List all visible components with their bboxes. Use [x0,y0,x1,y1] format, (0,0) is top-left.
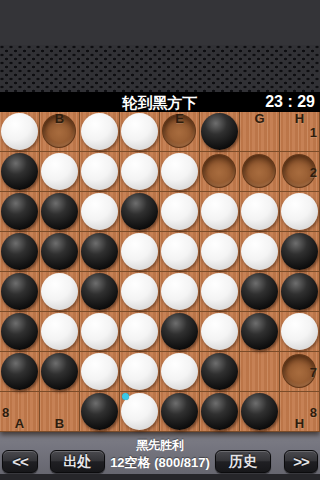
coordinate-label-right-H1: 1 [310,124,317,139]
coordinate-label-bottom-B8: B [55,416,64,431]
white-disc-B6 [41,313,78,350]
black-disc-D3 [121,193,158,230]
game-clock: 23 : 29 [265,93,315,111]
cell-G5[interactable] [240,272,280,312]
cell-C1[interactable] [80,112,120,152]
white-disc-F3 [201,193,238,230]
coordinate-label-bottom-H8: H [295,416,304,431]
cell-A7[interactable] [0,352,40,392]
white-disc-B2 [41,153,78,190]
cell-F1[interactable] [200,112,240,152]
cell-D5[interactable] [120,272,160,312]
cell-G2[interactable] [240,152,280,192]
black-disc-C5 [81,273,118,310]
coordinate-label-bottom-A8: A [15,416,24,431]
cell-F4[interactable] [200,232,240,272]
bottom-dark-strip [0,474,320,480]
cell-A3[interactable] [0,192,40,232]
white-disc-D7 [121,353,158,390]
cell-A4[interactable] [0,232,40,272]
white-disc-E2 [161,153,198,190]
black-disc-F1 [201,113,238,150]
cell-D6[interactable] [120,312,160,352]
white-disc-D1 [121,113,158,150]
cell-G6[interactable] [240,312,280,352]
cell-B3[interactable] [40,192,80,232]
cell-E7[interactable] [160,352,200,392]
cell-C5[interactable] [80,272,120,312]
white-disc-H6 [281,313,318,350]
black-disc-G6 [241,313,278,350]
cell-B2[interactable] [40,152,80,192]
cell-F5[interactable] [200,272,240,312]
app-screen: 回馈 复位 设置 退一步 进一步 轮到黑方下 23 : 29 BEGH127A8… [0,0,320,480]
cell-C4[interactable] [80,232,120,272]
cell-E2[interactable] [160,152,200,192]
cell-F3[interactable] [200,192,240,232]
cell-C6[interactable] [80,312,120,352]
coordinate-label-right-H8: 8 [310,404,317,419]
coordinate-label-top-H1: H [295,111,304,126]
puzzle-result-text: 黑先胜利 [0,437,320,454]
cell-C3[interactable] [80,192,120,232]
white-disc-D2 [121,153,158,190]
cell-G3[interactable] [240,192,280,232]
coordinate-label-right-H7: 7 [310,364,317,379]
cell-H5[interactable] [280,272,320,312]
cell-E3[interactable] [160,192,200,232]
last-move-dot [122,393,129,400]
white-disc-D5 [121,273,158,310]
black-disc-A7 [1,353,38,390]
cell-D7[interactable] [120,352,160,392]
black-disc-H4 [281,233,318,270]
white-disc-E4 [161,233,198,270]
white-disc-D4 [121,233,158,270]
black-disc-A6 [1,313,38,350]
white-disc-C2 [81,153,118,190]
legal-move-indent-G2[interactable] [242,154,276,188]
white-disc-E3 [161,193,198,230]
black-disc-F8 [201,393,238,430]
white-disc-C6 [81,313,118,350]
coordinate-label-right-H2: 2 [310,164,317,179]
black-disc-A4 [1,233,38,270]
cell-D2[interactable] [120,152,160,192]
black-disc-E6 [161,313,198,350]
cell-H3[interactable] [280,192,320,232]
cell-F6[interactable] [200,312,240,352]
white-disc-F6 [201,313,238,350]
white-disc-H3 [281,193,318,230]
cell-G8[interactable] [240,392,280,432]
coordinate-label-top-G1: G [254,111,264,126]
cell-B8[interactable]: B [40,392,80,432]
cell-A2[interactable] [0,152,40,192]
cell-F2[interactable] [200,152,240,192]
cell-D8[interactable] [120,392,160,432]
black-disc-B3 [41,193,78,230]
cell-B5[interactable] [40,272,80,312]
cell-A1[interactable] [0,112,40,152]
white-disc-F5 [201,273,238,310]
cell-B7[interactable] [40,352,80,392]
cell-C7[interactable] [80,352,120,392]
black-disc-A2 [1,153,38,190]
puzzle-progress-text: 12空格 (800/817) [0,454,320,472]
white-disc-B5 [41,273,78,310]
white-disc-A1 [1,113,38,150]
top-toolbar: 回馈 复位 设置 退一步 进一步 [0,45,320,92]
black-disc-H5 [281,273,318,310]
cell-B4[interactable] [40,232,80,272]
turn-header-bar: 轮到黑方下 23 : 29 [0,92,320,112]
cell-H2[interactable]: 2 [280,152,320,192]
black-disc-C8 [81,393,118,430]
black-disc-G5 [241,273,278,310]
white-disc-C1 [81,113,118,150]
white-disc-C7 [81,353,118,390]
cell-F7[interactable] [200,352,240,392]
coordinate-label-top-E1: E [175,111,184,126]
cell-E8[interactable] [160,392,200,432]
cell-A5[interactable] [0,272,40,312]
source-button[interactable]: 出处 [50,450,105,473]
legal-move-indent-F2[interactable] [202,154,236,188]
history-button[interactable]: 历史 [215,450,271,473]
black-disc-A5 [1,273,38,310]
cell-C2[interactable] [80,152,120,192]
black-disc-E8 [161,393,198,430]
cell-D4[interactable] [120,232,160,272]
cell-E1[interactable]: E [160,112,200,152]
cell-G1[interactable]: G [240,112,280,152]
cell-E5[interactable] [160,272,200,312]
cell-H4[interactable] [280,232,320,272]
forward-button[interactable]: >> [284,450,318,473]
top-blank-area [0,0,320,45]
cell-D1[interactable] [120,112,160,152]
black-disc-B4 [41,233,78,270]
white-disc-G4 [241,233,278,270]
black-disc-B7 [41,353,78,390]
cell-H8[interactable]: 8H [280,392,320,432]
coordinate-label-left-A8: 8 [2,404,9,419]
cell-C8[interactable] [80,392,120,432]
rewind-button[interactable]: << [2,450,38,473]
othello-board: BEGH127A8B8H [0,112,320,432]
black-disc-C4 [81,233,118,270]
cell-B6[interactable] [40,312,80,352]
cell-B1[interactable]: B [40,112,80,152]
cell-E4[interactable] [160,232,200,272]
cell-A8[interactable]: A8 [0,392,40,432]
black-disc-G8 [241,393,278,430]
coordinate-label-top-B1: B [55,111,64,126]
white-disc-E7 [161,353,198,390]
white-disc-F4 [201,233,238,270]
white-disc-G3 [241,193,278,230]
white-disc-E5 [161,273,198,310]
cell-G4[interactable] [240,232,280,272]
cell-E6[interactable] [160,312,200,352]
cell-D3[interactable] [120,192,160,232]
cell-F8[interactable] [200,392,240,432]
black-disc-A3 [1,193,38,230]
cell-H6[interactable] [280,312,320,352]
black-disc-F7 [201,353,238,390]
cell-A6[interactable] [0,312,40,352]
white-disc-D6 [121,313,158,350]
cell-H1[interactable]: H1 [280,112,320,152]
white-disc-C3 [81,193,118,230]
cell-G7[interactable] [240,352,280,392]
cell-H7[interactable]: 7 [280,352,320,392]
